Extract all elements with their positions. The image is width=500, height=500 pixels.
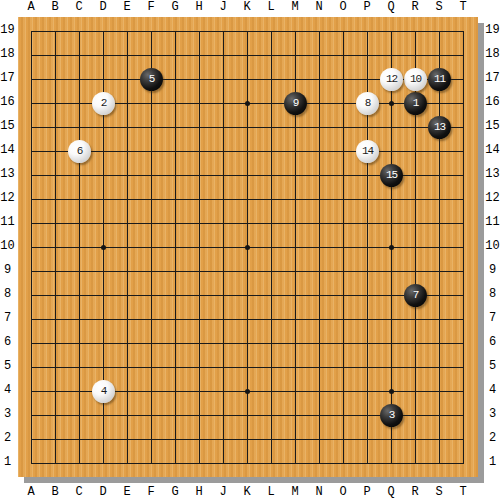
coord-label-top-K: K [239, 1, 255, 14]
coord-label-right-1: 1 [485, 456, 500, 469]
coord-label-right-10: 10 [485, 240, 500, 253]
coord-label-right-8: 8 [485, 288, 500, 301]
coord-label-bottom-M: M [287, 486, 303, 499]
coord-label-left-17: 17 [0, 72, 15, 85]
coord-label-right-2: 2 [485, 432, 500, 445]
coord-label-right-6: 6 [485, 336, 500, 349]
coord-label-top-B: B [47, 1, 63, 14]
coord-label-bottom-T: T [455, 486, 471, 499]
stone-white-2-D16: 2 [92, 92, 115, 115]
star-point-Q10 [389, 245, 394, 250]
stone-white-6-C14: 6 [68, 140, 91, 163]
coord-label-top-J: J [215, 1, 231, 14]
stone-black-11-S17: 11 [428, 68, 451, 91]
coord-label-top-S: S [431, 1, 447, 14]
coord-label-top-Q: Q [383, 1, 399, 14]
coord-label-right-13: 13 [485, 168, 500, 181]
coord-label-left-9: 9 [0, 264, 15, 277]
coord-label-right-9: 9 [485, 264, 500, 277]
coord-label-top-H: H [191, 1, 207, 14]
coord-label-bottom-A: A [23, 486, 39, 499]
coord-label-left-13: 13 [0, 168, 15, 181]
coord-label-bottom-G: G [167, 486, 183, 499]
coord-label-left-8: 8 [0, 288, 15, 301]
coord-label-right-7: 7 [485, 312, 500, 325]
board-grid[interactable]: 123456789101112131415 [31, 31, 464, 464]
star-point-D10 [101, 245, 106, 250]
coord-label-left-15: 15 [0, 120, 15, 133]
coord-label-right-17: 17 [485, 72, 500, 85]
stone-black-7-R8: 7 [404, 284, 427, 307]
coord-label-bottom-O: O [335, 486, 351, 499]
coord-label-left-3: 3 [0, 408, 15, 421]
coord-label-right-4: 4 [485, 384, 500, 397]
coord-label-top-A: A [23, 1, 39, 14]
stone-black-13-S15: 13 [428, 116, 451, 139]
stone-white-14-P14: 14 [356, 140, 379, 163]
coord-label-top-D: D [95, 1, 111, 14]
coord-label-bottom-L: L [263, 486, 279, 499]
coord-label-left-14: 14 [0, 144, 15, 157]
coord-label-bottom-N: N [311, 486, 327, 499]
coord-label-bottom-B: B [47, 486, 63, 499]
coord-label-top-R: R [407, 1, 423, 14]
coord-label-top-C: C [71, 1, 87, 14]
stone-white-8-P16: 8 [356, 92, 379, 115]
coord-label-left-2: 2 [0, 432, 15, 445]
coord-label-left-5: 5 [0, 360, 15, 373]
star-point-Q4 [389, 389, 394, 394]
coord-label-left-6: 6 [0, 336, 15, 349]
stone-black-1-R16: 1 [404, 92, 427, 115]
coord-label-top-F: F [143, 1, 159, 14]
coord-label-top-N: N [311, 1, 327, 14]
coord-label-bottom-H: H [191, 486, 207, 499]
coord-label-right-11: 11 [485, 216, 500, 229]
coord-label-right-18: 18 [485, 48, 500, 61]
coord-label-right-5: 5 [485, 360, 500, 373]
star-point-Q16 [389, 101, 394, 106]
coord-label-right-14: 14 [485, 144, 500, 157]
coord-label-bottom-K: K [239, 486, 255, 499]
star-point-K4 [245, 389, 250, 394]
coord-label-right-3: 3 [485, 408, 500, 421]
stone-black-3-Q3: 3 [380, 404, 403, 427]
coord-label-top-G: G [167, 1, 183, 14]
stone-white-12-Q17: 12 [380, 68, 403, 91]
stone-white-4-D4: 4 [92, 380, 115, 403]
stone-black-15-Q13: 15 [380, 164, 403, 187]
coord-label-bottom-Q: Q [383, 486, 399, 499]
star-point-K16 [245, 101, 250, 106]
coord-label-right-16: 16 [485, 96, 500, 109]
coord-label-top-O: O [335, 1, 351, 14]
coord-label-bottom-P: P [359, 486, 375, 499]
coord-label-bottom-C: C [71, 486, 87, 499]
coord-label-left-11: 11 [0, 216, 15, 229]
stone-white-10-R17: 10 [404, 68, 427, 91]
coord-label-top-T: T [455, 1, 471, 14]
coord-label-bottom-E: E [119, 486, 135, 499]
coord-label-bottom-S: S [431, 486, 447, 499]
go-diagram: 123456789101112131415 AABBCCDDEEFFGGHHJJ… [0, 0, 500, 500]
coord-label-right-12: 12 [485, 192, 500, 205]
coord-label-bottom-D: D [95, 486, 111, 499]
coord-label-bottom-J: J [215, 486, 231, 499]
coord-label-top-P: P [359, 1, 375, 14]
coord-label-top-M: M [287, 1, 303, 14]
coord-label-right-19: 19 [485, 24, 500, 37]
star-point-K10 [245, 245, 250, 250]
coord-label-top-L: L [263, 1, 279, 14]
coord-label-bottom-R: R [407, 486, 423, 499]
coord-label-left-4: 4 [0, 384, 15, 397]
coord-label-left-1: 1 [0, 456, 15, 469]
coord-label-left-16: 16 [0, 96, 15, 109]
coord-label-left-10: 10 [0, 240, 15, 253]
coord-label-bottom-F: F [143, 486, 159, 499]
coord-label-top-E: E [119, 1, 135, 14]
coord-label-right-15: 15 [485, 120, 500, 133]
coord-label-left-12: 12 [0, 192, 15, 205]
coord-label-left-19: 19 [0, 24, 15, 37]
coord-label-left-7: 7 [0, 312, 15, 325]
stone-black-5-F17: 5 [140, 68, 163, 91]
stone-black-9-M16: 9 [284, 92, 307, 115]
coord-label-left-18: 18 [0, 48, 15, 61]
